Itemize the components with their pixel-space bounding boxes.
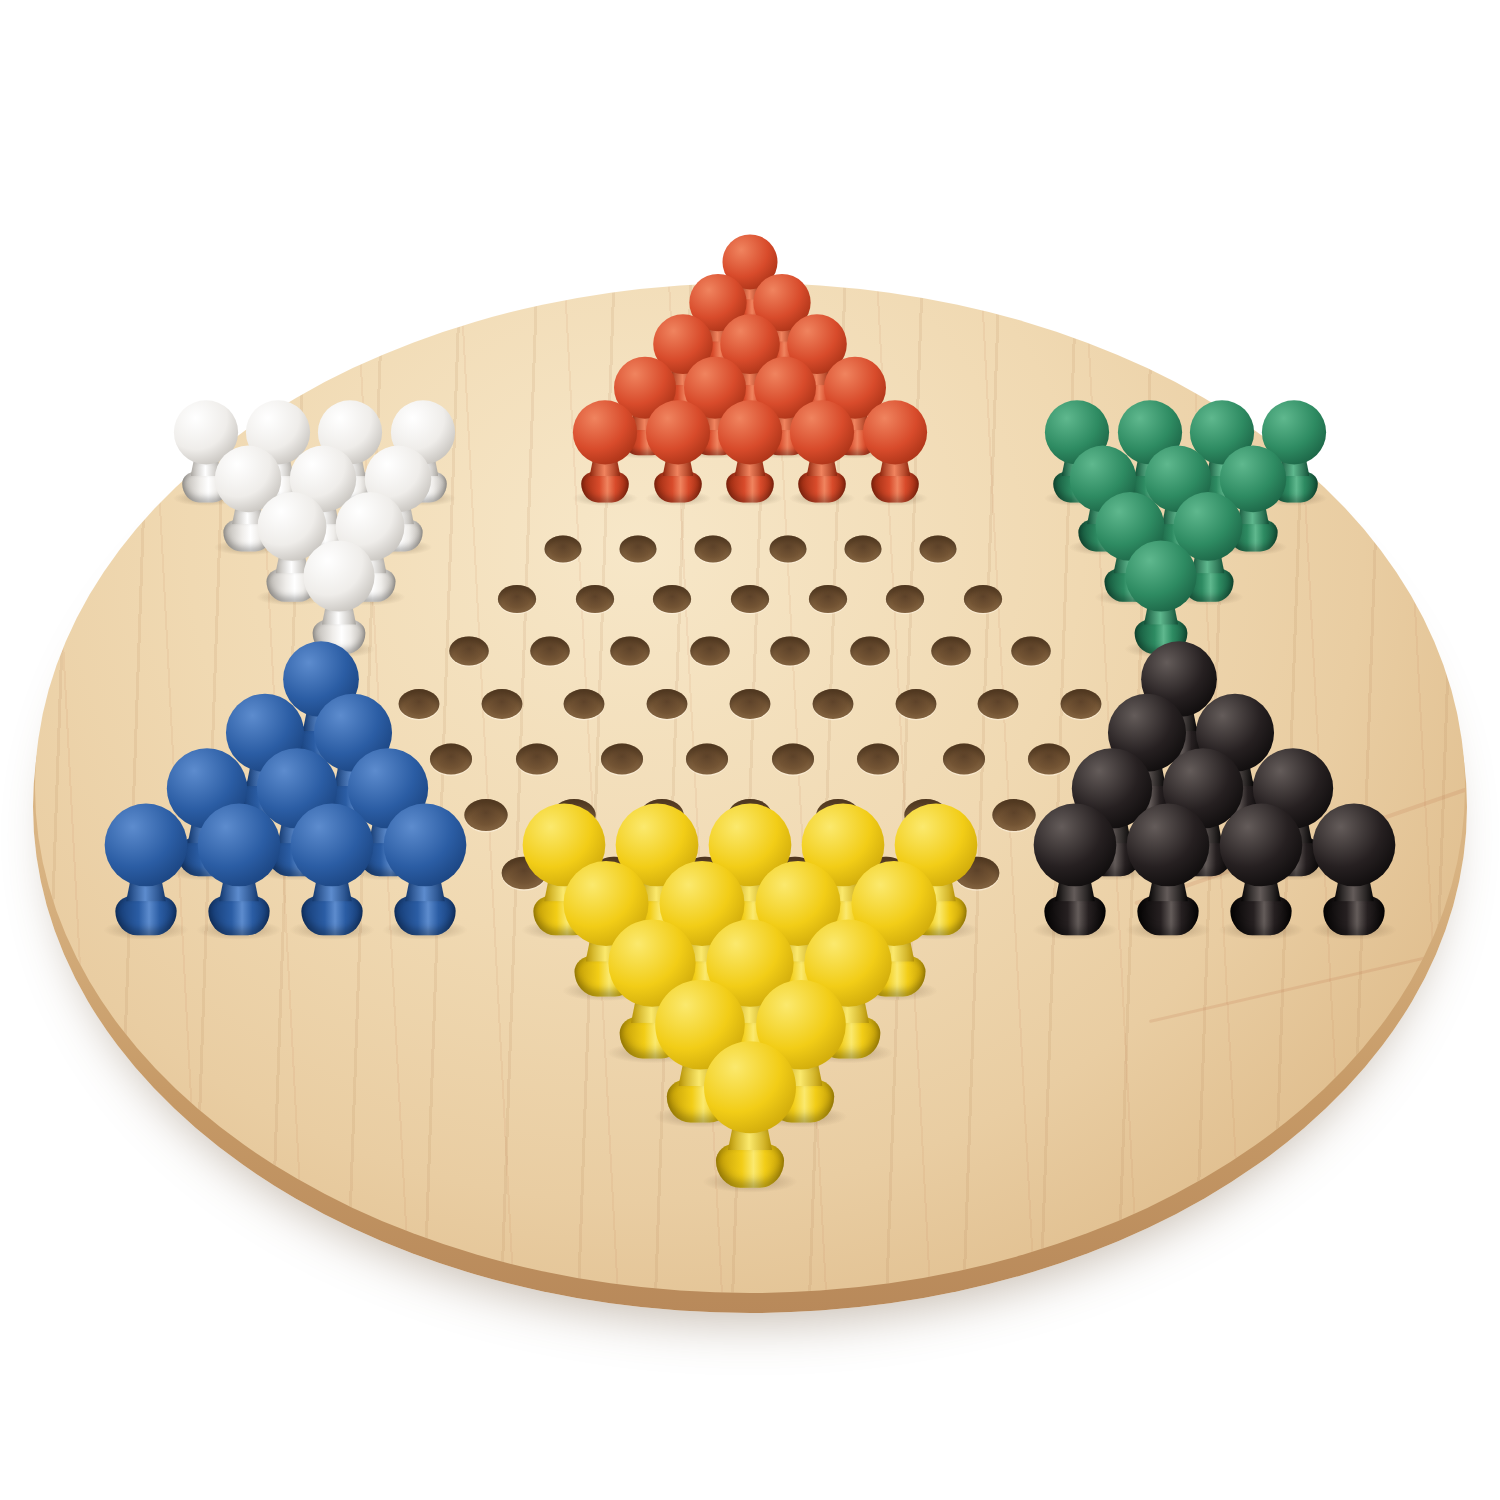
peg-head — [291, 804, 374, 887]
peg-yellow-r16c0[interactable] — [702, 1041, 797, 1191]
hole-r5c5[interactable] — [694, 535, 731, 562]
peg-head — [645, 400, 709, 464]
board-stage — [0, 0, 1500, 1500]
hole-r7c3[interactable] — [610, 636, 650, 665]
peg-head — [790, 400, 854, 464]
peg-head — [198, 804, 281, 887]
peg-red-r4c4[interactable] — [572, 400, 639, 505]
hole-r6c3[interactable] — [576, 585, 614, 613]
hole-r7c6[interactable] — [851, 636, 891, 665]
hole-r8c0[interactable] — [398, 689, 439, 719]
hole-r9c4[interactable] — [686, 743, 728, 774]
hole-r8c7[interactable] — [978, 689, 1019, 719]
hole-r10c2[interactable] — [464, 799, 507, 831]
peg-black-r12c9[interactable] — [1032, 804, 1118, 939]
hole-r6c5[interactable] — [731, 585, 769, 613]
peg-head — [704, 1041, 796, 1133]
peg-blue-r12c2[interactable] — [289, 804, 375, 939]
peg-head — [863, 400, 927, 464]
peg-head — [1126, 804, 1209, 887]
photo-canvas — [0, 0, 1500, 1500]
peg-head — [384, 804, 467, 887]
peg-green-r7c9[interactable] — [1124, 540, 1198, 656]
peg-head — [104, 804, 187, 887]
hole-r5c4[interactable] — [619, 535, 656, 562]
hole-r8c2[interactable] — [564, 689, 605, 719]
peg-red-r4c6[interactable] — [717, 400, 784, 505]
peg-red-r4c8[interactable] — [862, 400, 929, 505]
hole-r6c4[interactable] — [653, 585, 691, 613]
hole-r9c2[interactable] — [515, 743, 557, 774]
peg-blue-r12c1[interactable] — [196, 804, 282, 939]
hole-r9c3[interactable] — [601, 743, 643, 774]
hole-r9c7[interactable] — [942, 743, 984, 774]
peg-head — [573, 400, 637, 464]
hole-r5c8[interactable] — [919, 535, 956, 562]
hole-r6c7[interactable] — [886, 585, 924, 613]
hole-r7c4[interactable] — [690, 636, 730, 665]
hole-r7c1[interactable] — [450, 636, 490, 665]
peg-black-r12c11[interactable] — [1218, 804, 1304, 939]
peg-head — [1220, 804, 1303, 887]
hole-r6c6[interactable] — [808, 585, 846, 613]
hole-r7c5[interactable] — [770, 636, 810, 665]
peg-head — [304, 540, 375, 611]
hole-r5c6[interactable] — [769, 535, 806, 562]
peg-black-r12c12[interactable] — [1311, 804, 1397, 939]
hole-r9c8[interactable] — [1028, 743, 1070, 774]
hole-r8c1[interactable] — [481, 689, 522, 719]
hole-r7c7[interactable] — [931, 636, 971, 665]
peg-red-r4c5[interactable] — [644, 400, 711, 505]
hole-r8c3[interactable] — [647, 689, 688, 719]
peg-black-r12c10[interactable] — [1125, 804, 1211, 939]
peg-head — [1033, 804, 1116, 887]
peg-head — [718, 400, 782, 464]
hole-r6c8[interactable] — [964, 585, 1002, 613]
hole-r8c4[interactable] — [730, 689, 771, 719]
hole-r9c1[interactable] — [430, 743, 472, 774]
peg-red-r4c7[interactable] — [789, 400, 856, 505]
hole-r9c6[interactable] — [857, 743, 899, 774]
hole-r6c2[interactable] — [498, 585, 536, 613]
peg-blue-r12c0[interactable] — [103, 804, 189, 939]
peg-blue-r12c3[interactable] — [383, 804, 469, 939]
hole-r5c3[interactable] — [544, 535, 581, 562]
hole-r9c5[interactable] — [772, 743, 814, 774]
hole-r10c8[interactable] — [992, 799, 1035, 831]
hole-r8c6[interactable] — [895, 689, 936, 719]
peg-head — [1125, 540, 1196, 611]
peg-head — [1313, 804, 1396, 887]
hole-r7c8[interactable] — [1011, 636, 1051, 665]
hole-r7c2[interactable] — [530, 636, 570, 665]
hole-r5c7[interactable] — [844, 535, 881, 562]
hole-r8c8[interactable] — [1061, 689, 1102, 719]
hole-r8c5[interactable] — [812, 689, 853, 719]
peg-white-r7c0[interactable] — [302, 540, 376, 656]
